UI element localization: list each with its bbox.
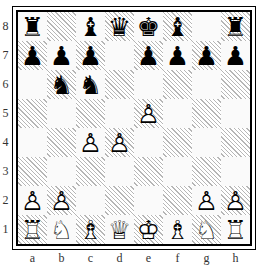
rank-label-3: 3 (0, 157, 11, 186)
black-king: ♚ (134, 12, 163, 41)
square-f2[interactable] (163, 186, 192, 215)
white-king: ♚♔ (134, 215, 163, 244)
square-h1[interactable]: ♜♖ (221, 215, 250, 244)
square-d4[interactable]: ♟♙ (105, 128, 134, 157)
black-bishop: ♝ (163, 12, 192, 41)
square-e2[interactable] (134, 186, 163, 215)
white-pawn: ♟♙ (134, 99, 163, 128)
square-b4[interactable] (47, 128, 76, 157)
square-f7[interactable]: ♟ (163, 41, 192, 70)
square-a4[interactable] (18, 128, 47, 157)
square-h5[interactable] (221, 99, 250, 128)
black-pawn: ♟ (221, 41, 250, 70)
square-b1[interactable]: ♞♘ (47, 215, 76, 244)
black-knight: ♞ (76, 70, 105, 99)
square-c6[interactable]: ♞ (76, 70, 105, 99)
chess-board: ♜♝♛♚♝♜♟♟♟♟♟♟♟♞♞♟♙♟♙♟♙♟♙♟♙♟♙♟♙♜♖♞♘♝♗♛♕♚♔♝… (18, 12, 250, 244)
file-labels: abcdefgh (18, 251, 250, 265)
white-rook: ♜♖ (18, 215, 47, 244)
square-a5[interactable] (18, 99, 47, 128)
file-label-a: a (18, 251, 47, 265)
square-b8[interactable] (47, 12, 76, 41)
square-c2[interactable] (76, 186, 105, 215)
file-label-e: e (134, 251, 163, 265)
square-e4[interactable] (134, 128, 163, 157)
file-label-f: f (163, 251, 192, 265)
square-g2[interactable]: ♟♙ (192, 186, 221, 215)
black-knight: ♞ (47, 70, 76, 99)
square-h3[interactable] (221, 157, 250, 186)
black-pawn: ♟ (192, 41, 221, 70)
square-b3[interactable] (47, 157, 76, 186)
square-h6[interactable] (221, 70, 250, 99)
square-g4[interactable] (192, 128, 221, 157)
white-pawn: ♟♙ (47, 186, 76, 215)
file-label-g: g (192, 251, 221, 265)
square-e8[interactable]: ♚ (134, 12, 163, 41)
square-a8[interactable]: ♜ (18, 12, 47, 41)
rank-label-7: 7 (0, 41, 11, 70)
rank-labels: 87654321 (0, 12, 11, 244)
square-f5[interactable] (163, 99, 192, 128)
black-pawn: ♟ (18, 41, 47, 70)
square-a1[interactable]: ♜♖ (18, 215, 47, 244)
rank-label-6: 6 (0, 70, 11, 99)
rank-label-4: 4 (0, 128, 11, 157)
square-b7[interactable]: ♟ (47, 41, 76, 70)
square-f4[interactable] (163, 128, 192, 157)
square-d1[interactable]: ♛♕ (105, 215, 134, 244)
white-pawn: ♟♙ (18, 186, 47, 215)
chess-board-diagram: 87654321 ♜♝♛♚♝♜♟♟♟♟♟♟♟♞♞♟♙♟♙♟♙♟♙♟♙♟♙♟♙♜♖… (0, 0, 261, 266)
white-rook: ♜♖ (221, 215, 250, 244)
rank-label-1: 1 (0, 215, 11, 244)
square-a6[interactable] (18, 70, 47, 99)
square-h8[interactable]: ♜ (221, 12, 250, 41)
square-c7[interactable]: ♟ (76, 41, 105, 70)
square-f3[interactable] (163, 157, 192, 186)
rank-label-5: 5 (0, 99, 11, 128)
square-d2[interactable] (105, 186, 134, 215)
square-b2[interactable]: ♟♙ (47, 186, 76, 215)
white-knight: ♞♘ (192, 215, 221, 244)
square-h7[interactable]: ♟ (221, 41, 250, 70)
black-pawn: ♟ (134, 41, 163, 70)
file-label-d: d (105, 251, 134, 265)
white-knight: ♞♘ (47, 215, 76, 244)
black-pawn: ♟ (47, 41, 76, 70)
file-label-h: h (221, 251, 250, 265)
white-pawn: ♟♙ (192, 186, 221, 215)
white-bishop: ♝♗ (163, 215, 192, 244)
black-rook: ♜ (18, 12, 47, 41)
black-bishop: ♝ (76, 12, 105, 41)
white-queen: ♛♕ (105, 215, 134, 244)
rank-label-8: 8 (0, 12, 11, 41)
square-f1[interactable]: ♝♗ (163, 215, 192, 244)
square-c8[interactable]: ♝ (76, 12, 105, 41)
white-pawn: ♟♙ (76, 128, 105, 157)
black-queen: ♛ (105, 12, 134, 41)
file-label-b: b (47, 251, 76, 265)
black-pawn: ♟ (76, 41, 105, 70)
square-c1[interactable]: ♝♗ (76, 215, 105, 244)
square-c4[interactable]: ♟♙ (76, 128, 105, 157)
square-e7[interactable]: ♟ (134, 41, 163, 70)
square-e5[interactable]: ♟♙ (134, 99, 163, 128)
square-g1[interactable]: ♞♘ (192, 215, 221, 244)
square-d6[interactable] (105, 70, 134, 99)
square-f6[interactable] (163, 70, 192, 99)
square-d5[interactable] (105, 99, 134, 128)
square-e1[interactable]: ♚♔ (134, 215, 163, 244)
square-b6[interactable]: ♞ (47, 70, 76, 99)
square-d3[interactable] (105, 157, 134, 186)
white-bishop: ♝♗ (76, 215, 105, 244)
file-label-c: c (76, 251, 105, 265)
square-c3[interactable] (76, 157, 105, 186)
rank-label-2: 2 (0, 186, 11, 215)
square-d8[interactable]: ♛ (105, 12, 134, 41)
white-pawn: ♟♙ (221, 186, 250, 215)
square-g3[interactable] (192, 157, 221, 186)
square-g7[interactable]: ♟ (192, 41, 221, 70)
square-d7[interactable] (105, 41, 134, 70)
square-a3[interactable] (18, 157, 47, 186)
square-a2[interactable]: ♟♙ (18, 186, 47, 215)
square-c5[interactable] (76, 99, 105, 128)
square-g8[interactable] (192, 12, 221, 41)
board-frame: ♜♝♛♚♝♜♟♟♟♟♟♟♟♞♞♟♙♟♙♟♙♟♙♟♙♟♙♟♙♜♖♞♘♝♗♛♕♚♔♝… (12, 6, 256, 250)
board-inner-border: ♜♝♛♚♝♜♟♟♟♟♟♟♟♞♞♟♙♟♙♟♙♟♙♟♙♟♙♟♙♜♖♞♘♝♗♛♕♚♔♝… (16, 10, 252, 246)
square-g5[interactable] (192, 99, 221, 128)
square-e3[interactable] (134, 157, 163, 186)
square-h2[interactable]: ♟♙ (221, 186, 250, 215)
black-rook: ♜ (221, 12, 250, 41)
square-g6[interactable] (192, 70, 221, 99)
square-e6[interactable] (134, 70, 163, 99)
square-f8[interactable]: ♝ (163, 12, 192, 41)
square-a7[interactable]: ♟ (18, 41, 47, 70)
square-h4[interactable] (221, 128, 250, 157)
black-pawn: ♟ (163, 41, 192, 70)
square-b5[interactable] (47, 99, 76, 128)
white-pawn: ♟♙ (105, 128, 134, 157)
